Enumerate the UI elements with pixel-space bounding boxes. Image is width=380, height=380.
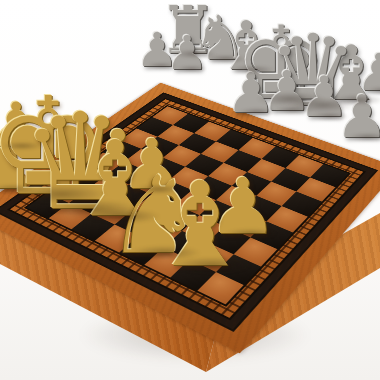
piece-black-pawn-b7[interactable]: ♟: [166, 29, 208, 76]
piece-black-pawn-d7[interactable]: ♟: [226, 66, 275, 121]
piece-white-bishop-g1[interactable]: ♝: [148, 166, 253, 283]
piece-black-pawn-h7[interactable]: ♟: [336, 87, 380, 146]
chess-set-photo: ♜♞♟♟♝♟♚♝♛♟♟♟♟♟♟♟♚♛♝♟♞♝ rnb3bp/pp1pkqpp/5…: [0, 0, 380, 380]
